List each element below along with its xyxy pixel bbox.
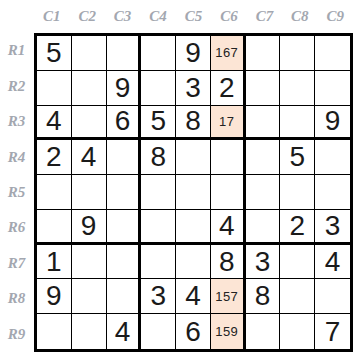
- cell-r6c3[interactable]: [107, 210, 142, 245]
- cell-r5c7[interactable]: [246, 175, 281, 210]
- cell-r9c4[interactable]: [141, 314, 176, 349]
- cell-r7c8[interactable]: [280, 245, 315, 280]
- cell-r8c6[interactable]: 157: [211, 279, 246, 314]
- cell-r9c7[interactable]: [246, 314, 281, 349]
- cell-r7c4[interactable]: [141, 245, 176, 280]
- cell-r4c4[interactable]: 8: [141, 140, 176, 175]
- col-label-c7: C7: [247, 0, 282, 32]
- cell-r7c3[interactable]: [107, 245, 142, 280]
- cell-r9c1[interactable]: [37, 314, 72, 349]
- cell-r5c6[interactable]: [211, 175, 246, 210]
- cell-r6c2[interactable]: 9: [72, 210, 107, 245]
- cell-r1c1[interactable]: 5: [37, 36, 72, 71]
- cell-r3c7[interactable]: [246, 106, 281, 141]
- cell-r4c1[interactable]: 2: [37, 140, 72, 175]
- cell-r5c4[interactable]: [141, 175, 176, 210]
- col-label-c2: C2: [69, 0, 104, 32]
- cell-r7c6[interactable]: 8: [211, 245, 246, 280]
- col-label-c9: C9: [318, 0, 353, 32]
- cell-r5c1[interactable]: [37, 175, 72, 210]
- cell-r2c9[interactable]: [315, 71, 350, 106]
- cell-r3c5[interactable]: 8: [176, 106, 211, 141]
- cell-r6c9[interactable]: 3: [315, 210, 350, 245]
- cell-r9c2[interactable]: [72, 314, 107, 349]
- row-labels: R1R2R3R4R5R6R7R8R9: [0, 33, 33, 352]
- cell-r2c6[interactable]: 2: [211, 71, 246, 106]
- cell-r4c7[interactable]: [246, 140, 281, 175]
- cell-r8c3[interactable]: [107, 279, 142, 314]
- cell-r7c9[interactable]: 4: [315, 245, 350, 280]
- cell-r6c1[interactable]: [37, 210, 72, 245]
- cell-r8c4[interactable]: 3: [141, 279, 176, 314]
- cell-r6c6[interactable]: 4: [211, 210, 246, 245]
- col-label-c5: C5: [176, 0, 211, 32]
- cell-r1c7[interactable]: [246, 36, 281, 71]
- row-label-r9: R9: [0, 317, 33, 352]
- col-label-c8: C8: [282, 0, 317, 32]
- cell-r1c6[interactable]: 167: [211, 36, 246, 71]
- cell-r1c3[interactable]: [107, 36, 142, 71]
- cell-r3c8[interactable]: [280, 106, 315, 141]
- cell-r5c2[interactable]: [72, 175, 107, 210]
- cell-r3c3[interactable]: 6: [107, 106, 142, 141]
- col-label-c4: C4: [140, 0, 175, 32]
- row-label-r4: R4: [0, 139, 33, 174]
- cell-r4c9[interactable]: [315, 140, 350, 175]
- cell-r9c8[interactable]: [280, 314, 315, 349]
- cell-r6c4[interactable]: [141, 210, 176, 245]
- cell-r1c4[interactable]: [141, 36, 176, 71]
- cell-r3c2[interactable]: [72, 106, 107, 141]
- sudoku-board: 5916793246581792485942318349341578461597: [34, 33, 353, 352]
- row-label-r3: R3: [0, 104, 33, 139]
- cell-r8c5[interactable]: 4: [176, 279, 211, 314]
- cell-r2c2[interactable]: [72, 71, 107, 106]
- cell-r8c9[interactable]: [315, 279, 350, 314]
- cell-r4c6[interactable]: [211, 140, 246, 175]
- row-label-r5: R5: [0, 175, 33, 210]
- cell-r4c5[interactable]: [176, 140, 211, 175]
- row-label-r7: R7: [0, 246, 33, 281]
- cell-r9c9[interactable]: 7: [315, 314, 350, 349]
- cell-r2c5[interactable]: 3: [176, 71, 211, 106]
- row-label-r2: R2: [0, 68, 33, 103]
- cell-r9c3[interactable]: 4: [107, 314, 142, 349]
- cell-r6c7[interactable]: [246, 210, 281, 245]
- cell-r3c6[interactable]: 17: [211, 106, 246, 141]
- cell-r2c8[interactable]: [280, 71, 315, 106]
- cell-r9c6[interactable]: 159: [211, 314, 246, 349]
- cell-r4c8[interactable]: 5: [280, 140, 315, 175]
- cell-r2c4[interactable]: [141, 71, 176, 106]
- cell-r4c2[interactable]: 4: [72, 140, 107, 175]
- cell-r2c3[interactable]: 9: [107, 71, 142, 106]
- row-label-r1: R1: [0, 33, 33, 68]
- col-label-c1: C1: [34, 0, 69, 32]
- col-label-c6: C6: [211, 0, 246, 32]
- cell-r8c8[interactable]: [280, 279, 315, 314]
- cell-r6c8[interactable]: 2: [280, 210, 315, 245]
- col-label-c3: C3: [105, 0, 140, 32]
- cell-r8c1[interactable]: 9: [37, 279, 72, 314]
- cell-r6c5[interactable]: [176, 210, 211, 245]
- cell-r5c5[interactable]: [176, 175, 211, 210]
- sudoku-page: C1C2C3C4C5C6C7C8C9 R1R2R3R4R5R6R7R8R9 59…: [0, 0, 356, 356]
- cell-r1c9[interactable]: [315, 36, 350, 71]
- cell-r3c4[interactable]: 5: [141, 106, 176, 141]
- cell-r8c7[interactable]: 8: [246, 279, 281, 314]
- cell-r1c5[interactable]: 9: [176, 36, 211, 71]
- cell-r7c1[interactable]: 1: [37, 245, 72, 280]
- cell-r5c9[interactable]: [315, 175, 350, 210]
- cell-r4c3[interactable]: [107, 140, 142, 175]
- cell-r3c1[interactable]: 4: [37, 106, 72, 141]
- cell-r2c7[interactable]: [246, 71, 281, 106]
- cell-r3c9[interactable]: 9: [315, 106, 350, 141]
- cell-r5c8[interactable]: [280, 175, 315, 210]
- row-label-r6: R6: [0, 210, 33, 245]
- cell-r5c3[interactable]: [107, 175, 142, 210]
- cell-r7c2[interactable]: [72, 245, 107, 280]
- column-labels: C1C2C3C4C5C6C7C8C9: [34, 0, 353, 32]
- row-label-r8: R8: [0, 281, 33, 316]
- cell-r8c2[interactable]: [72, 279, 107, 314]
- cell-r7c7[interactable]: 3: [246, 245, 281, 280]
- cell-r2c1[interactable]: [37, 71, 72, 106]
- cell-r7c5[interactable]: [176, 245, 211, 280]
- cell-r9c5[interactable]: 6: [176, 314, 211, 349]
- cell-r1c2[interactable]: [72, 36, 107, 71]
- cell-r1c8[interactable]: [280, 36, 315, 71]
